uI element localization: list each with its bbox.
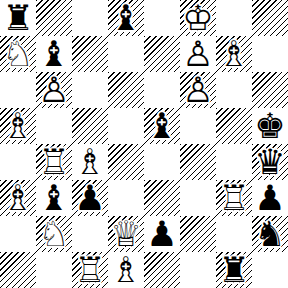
square-f4[interactable] bbox=[180, 144, 216, 180]
square-b8[interactable] bbox=[36, 0, 72, 36]
square-d2[interactable]: ♛♕ bbox=[108, 216, 144, 252]
square-a2[interactable] bbox=[0, 216, 36, 252]
black-queen-icon: ♛ bbox=[252, 144, 288, 180]
white-knight-icon: ♘ bbox=[36, 216, 72, 252]
piece-black-bishop[interactable]: ♝♝ bbox=[144, 108, 180, 144]
piece-white-bishop[interactable]: ♝♗ bbox=[0, 180, 36, 216]
black-bishop-icon: ♝ bbox=[108, 0, 144, 36]
piece-white-rook[interactable]: ♜♖ bbox=[72, 252, 108, 288]
square-f5[interactable] bbox=[180, 108, 216, 144]
piece-white-knight[interactable]: ♞♘ bbox=[36, 216, 72, 252]
square-c1[interactable]: ♜♖ bbox=[72, 252, 108, 288]
square-c8[interactable] bbox=[72, 0, 108, 36]
square-e6[interactable] bbox=[144, 72, 180, 108]
square-b1[interactable] bbox=[36, 252, 72, 288]
square-f6[interactable]: ♟♙ bbox=[180, 72, 216, 108]
square-e3[interactable] bbox=[144, 180, 180, 216]
square-a8[interactable]: ♜♜ bbox=[0, 0, 36, 36]
square-h3[interactable]: ♟♟ bbox=[252, 180, 288, 216]
square-f2[interactable] bbox=[180, 216, 216, 252]
square-b3[interactable]: ♝♝ bbox=[36, 180, 72, 216]
square-d5[interactable] bbox=[108, 108, 144, 144]
white-rook-icon: ♖ bbox=[216, 180, 252, 216]
black-rook-icon: ♜ bbox=[216, 252, 252, 288]
square-g4[interactable] bbox=[216, 144, 252, 180]
black-pawn-icon: ♟ bbox=[72, 180, 108, 216]
white-knight-icon: ♘ bbox=[0, 36, 36, 72]
square-a1[interactable] bbox=[0, 252, 36, 288]
black-bishop-icon: ♝ bbox=[36, 36, 72, 72]
square-c6[interactable] bbox=[72, 72, 108, 108]
square-d4[interactable] bbox=[108, 144, 144, 180]
square-d7[interactable] bbox=[108, 36, 144, 72]
square-b7[interactable]: ♝♝ bbox=[36, 36, 72, 72]
square-g2[interactable] bbox=[216, 216, 252, 252]
square-h5[interactable]: ♚♚ bbox=[252, 108, 288, 144]
square-b4[interactable]: ♜♖ bbox=[36, 144, 72, 180]
piece-white-bishop[interactable]: ♝♗ bbox=[216, 36, 252, 72]
square-h7[interactable] bbox=[252, 36, 288, 72]
piece-black-king[interactable]: ♚♚ bbox=[252, 108, 288, 144]
white-bishop-icon: ♗ bbox=[216, 36, 252, 72]
white-bishop-icon: ♗ bbox=[108, 252, 144, 288]
square-b5[interactable] bbox=[36, 108, 72, 144]
square-a4[interactable] bbox=[0, 144, 36, 180]
piece-black-pawn[interactable]: ♟♟ bbox=[252, 180, 288, 216]
piece-white-bishop[interactable]: ♝♗ bbox=[108, 252, 144, 288]
square-h4[interactable]: ♛♛ bbox=[252, 144, 288, 180]
white-rook-icon: ♖ bbox=[72, 252, 108, 288]
square-f8[interactable]: ♚♔ bbox=[180, 0, 216, 36]
white-bishop-icon: ♗ bbox=[0, 108, 36, 144]
piece-black-bishop[interactable]: ♝♝ bbox=[108, 0, 144, 36]
square-e1[interactable] bbox=[144, 252, 180, 288]
piece-white-pawn[interactable]: ♟♙ bbox=[180, 36, 216, 72]
piece-black-rook[interactable]: ♜♜ bbox=[216, 252, 252, 288]
square-g3[interactable]: ♜♖ bbox=[216, 180, 252, 216]
black-rook-icon: ♜ bbox=[0, 0, 36, 36]
chess-board: ♜♜♝♝♚♔♞♘♝♝♟♙♝♗♟♙♟♙♝♗♝♝♚♚♜♖♝♗♛♛♝♗♝♝♟♟♜♖♟♟… bbox=[0, 0, 288, 288]
square-d3[interactable] bbox=[108, 180, 144, 216]
black-king-icon: ♚ bbox=[252, 108, 288, 144]
piece-white-rook[interactable]: ♜♖ bbox=[216, 180, 252, 216]
square-h8[interactable] bbox=[252, 0, 288, 36]
square-e4[interactable] bbox=[144, 144, 180, 180]
white-rook-icon: ♖ bbox=[36, 144, 72, 180]
square-g5[interactable] bbox=[216, 108, 252, 144]
black-pawn-icon: ♟ bbox=[252, 180, 288, 216]
square-f7[interactable]: ♟♙ bbox=[180, 36, 216, 72]
piece-black-rook[interactable]: ♜♜ bbox=[0, 0, 36, 36]
white-pawn-icon: ♙ bbox=[180, 72, 216, 108]
piece-white-pawn[interactable]: ♟♙ bbox=[180, 72, 216, 108]
piece-black-bishop[interactable]: ♝♝ bbox=[36, 180, 72, 216]
piece-white-knight[interactable]: ♞♘ bbox=[0, 36, 36, 72]
piece-white-bishop[interactable]: ♝♗ bbox=[0, 108, 36, 144]
white-bishop-icon: ♗ bbox=[72, 144, 108, 180]
square-f3[interactable] bbox=[180, 180, 216, 216]
square-d6[interactable] bbox=[108, 72, 144, 108]
square-e7[interactable] bbox=[144, 36, 180, 72]
square-g1[interactable]: ♜♜ bbox=[216, 252, 252, 288]
white-bishop-icon: ♗ bbox=[0, 180, 36, 216]
square-b2[interactable]: ♞♘ bbox=[36, 216, 72, 252]
white-king-icon: ♔ bbox=[180, 0, 216, 36]
square-c4[interactable]: ♝♗ bbox=[72, 144, 108, 180]
piece-white-rook[interactable]: ♜♖ bbox=[36, 144, 72, 180]
square-a3[interactable]: ♝♗ bbox=[0, 180, 36, 216]
square-e2[interactable]: ♟♟ bbox=[144, 216, 180, 252]
piece-black-queen[interactable]: ♛♛ bbox=[252, 144, 288, 180]
piece-black-knight[interactable]: ♞♞ bbox=[252, 216, 288, 252]
piece-black-pawn[interactable]: ♟♟ bbox=[144, 216, 180, 252]
white-queen-icon: ♕ bbox=[108, 216, 144, 252]
square-d1[interactable]: ♝♗ bbox=[108, 252, 144, 288]
square-h6[interactable] bbox=[252, 72, 288, 108]
square-g6[interactable] bbox=[216, 72, 252, 108]
square-g7[interactable]: ♝♗ bbox=[216, 36, 252, 72]
piece-white-pawn[interactable]: ♟♙ bbox=[36, 72, 72, 108]
square-c2[interactable] bbox=[72, 216, 108, 252]
piece-white-bishop[interactable]: ♝♗ bbox=[72, 144, 108, 180]
square-c3[interactable]: ♟♟ bbox=[72, 180, 108, 216]
square-c5[interactable] bbox=[72, 108, 108, 144]
square-g8[interactable] bbox=[216, 0, 252, 36]
square-e5[interactable]: ♝♝ bbox=[144, 108, 180, 144]
white-pawn-icon: ♙ bbox=[180, 36, 216, 72]
piece-white-queen[interactable]: ♛♕ bbox=[108, 216, 144, 252]
piece-black-pawn[interactable]: ♟♟ bbox=[72, 180, 108, 216]
square-h2[interactable]: ♞♞ bbox=[252, 216, 288, 252]
piece-black-bishop[interactable]: ♝♝ bbox=[36, 36, 72, 72]
square-a7[interactable]: ♞♘ bbox=[0, 36, 36, 72]
square-e8[interactable] bbox=[144, 0, 180, 36]
square-c7[interactable] bbox=[72, 36, 108, 72]
square-h1[interactable] bbox=[252, 252, 288, 288]
black-knight-icon: ♞ bbox=[252, 216, 288, 252]
square-d8[interactable]: ♝♝ bbox=[108, 0, 144, 36]
square-a6[interactable] bbox=[0, 72, 36, 108]
black-bishop-icon: ♝ bbox=[144, 108, 180, 144]
square-b6[interactable]: ♟♙ bbox=[36, 72, 72, 108]
black-pawn-icon: ♟ bbox=[144, 216, 180, 252]
black-bishop-icon: ♝ bbox=[36, 180, 72, 216]
piece-white-king[interactable]: ♚♔ bbox=[180, 0, 216, 36]
white-pawn-icon: ♙ bbox=[36, 72, 72, 108]
square-a5[interactable]: ♝♗ bbox=[0, 108, 36, 144]
square-f1[interactable] bbox=[180, 252, 216, 288]
